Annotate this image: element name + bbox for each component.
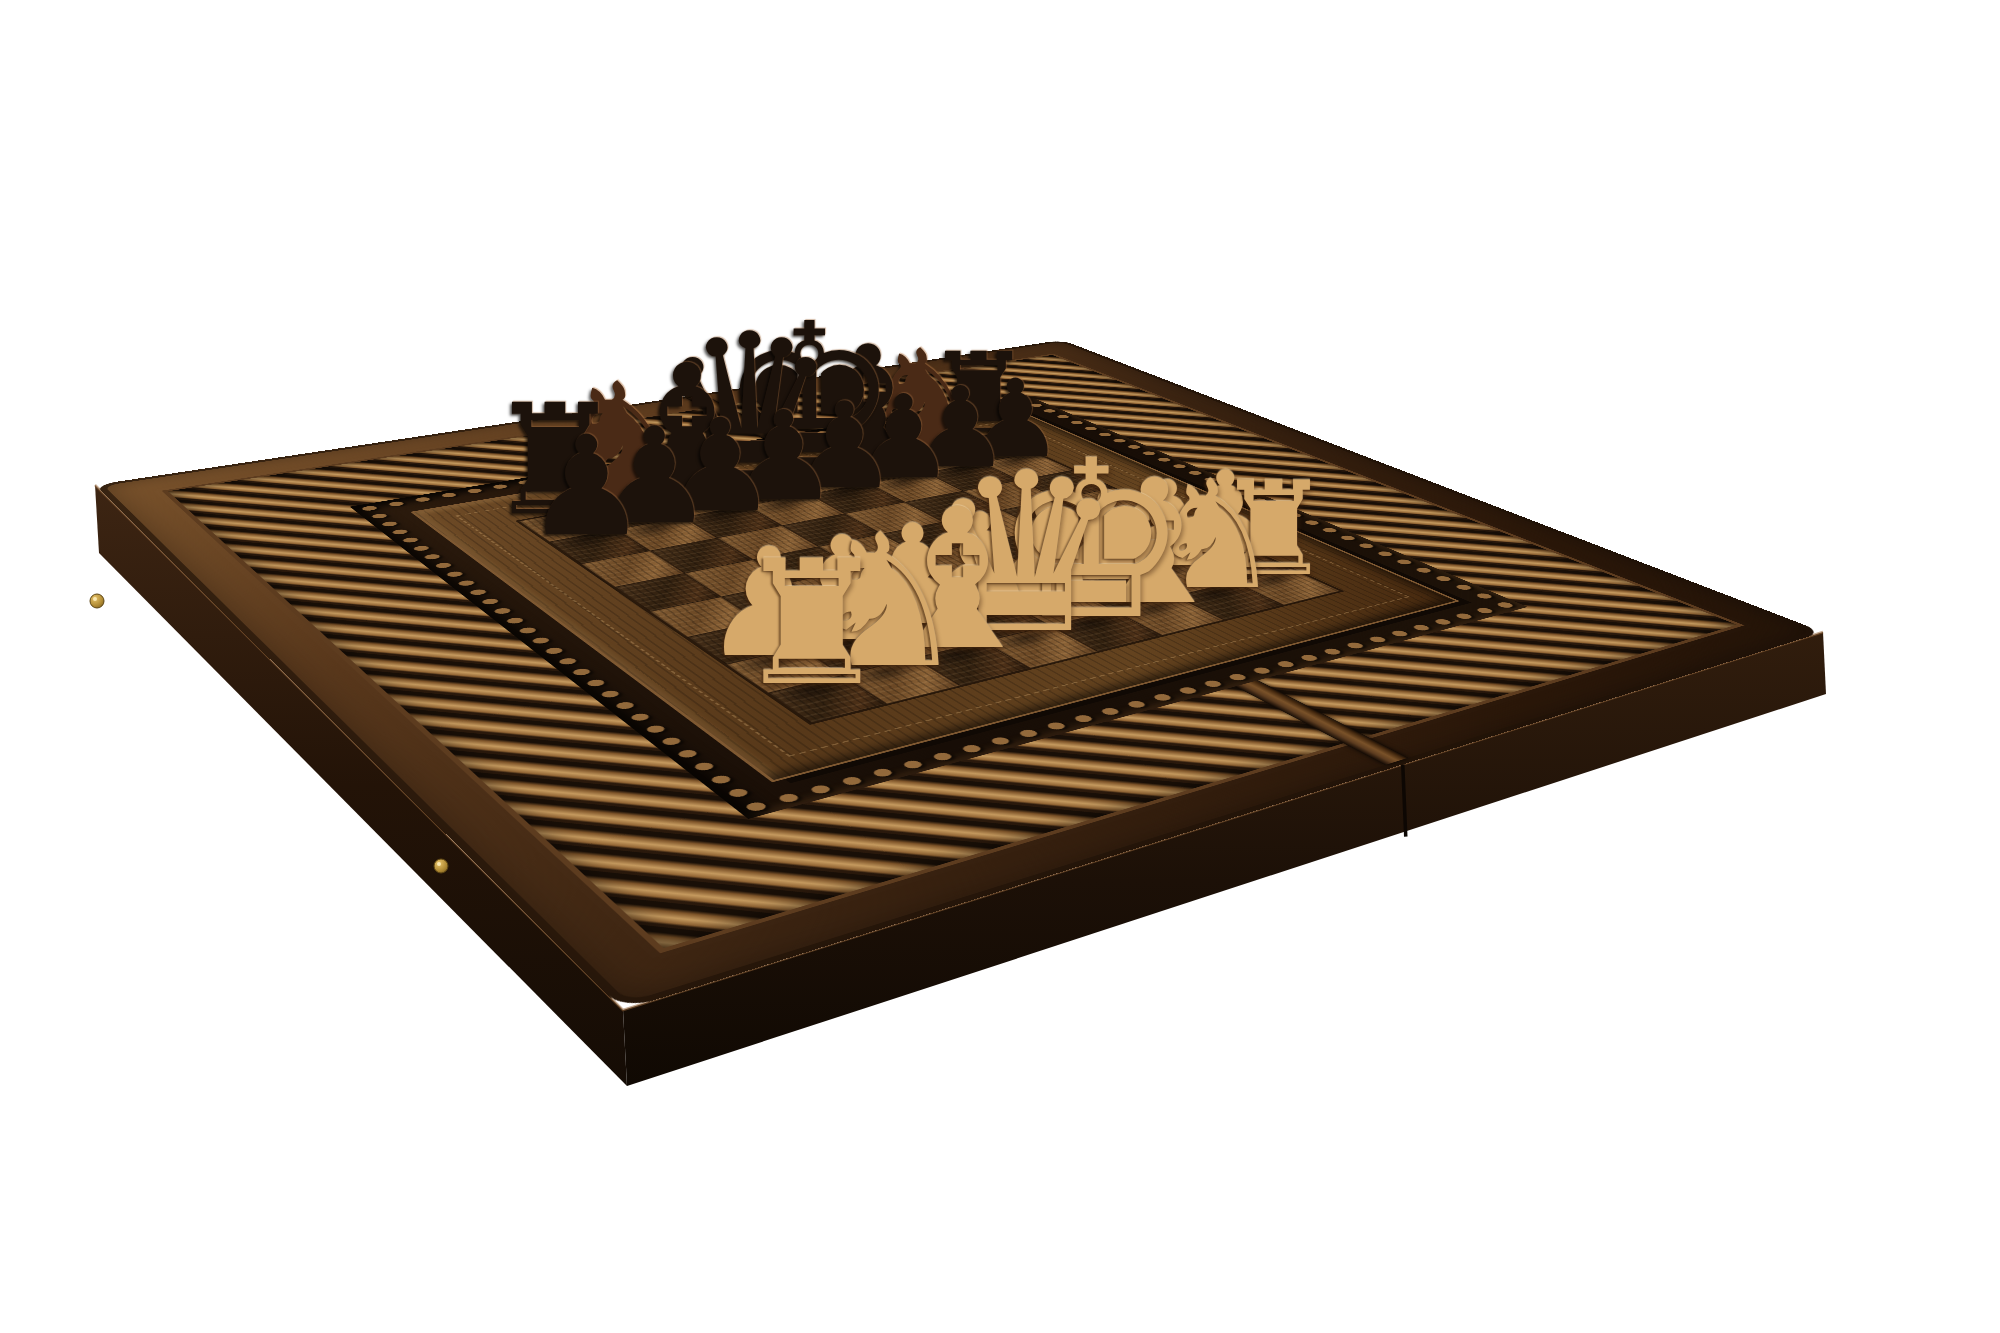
brass-hinge-pin bbox=[434, 859, 448, 873]
brass-hinge-pin bbox=[90, 594, 104, 608]
brass-pin-highlight bbox=[437, 862, 441, 866]
product-photo-stage: ♜♞♝♛♚♝♞♜♟♟♟♟♟♟♟♟♟♟♟♟♟♟♟♟♜♞♝♛♚♝♞♜ bbox=[0, 0, 2000, 1333]
brass-pin-highlight bbox=[93, 597, 97, 601]
